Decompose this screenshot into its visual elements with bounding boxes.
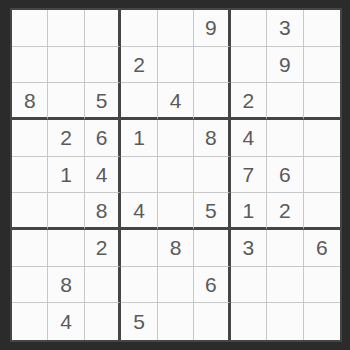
app-background: 932985422618414768451228368645 bbox=[0, 0, 350, 350]
cell-r6c3[interactable]: 8 bbox=[85, 193, 121, 230]
cell-r4c4[interactable]: 1 bbox=[121, 120, 157, 157]
cell-r4c7[interactable]: 4 bbox=[231, 120, 267, 157]
cell-r8c7[interactable] bbox=[231, 267, 267, 304]
cell-r8c9[interactable] bbox=[304, 267, 340, 304]
cell-r9c4[interactable]: 5 bbox=[121, 303, 157, 340]
cell-r6c9[interactable] bbox=[304, 193, 340, 230]
cell-r8c8[interactable] bbox=[267, 267, 303, 304]
cell-r6c2[interactable] bbox=[48, 193, 84, 230]
cell-r3c1[interactable]: 8 bbox=[12, 83, 48, 120]
cell-r1c2[interactable] bbox=[48, 10, 84, 47]
cell-r1c5[interactable] bbox=[158, 10, 194, 47]
cell-r9c7[interactable] bbox=[231, 303, 267, 340]
cell-r9c3[interactable] bbox=[85, 303, 121, 340]
cell-r2c8[interactable]: 9 bbox=[267, 47, 303, 84]
cell-r3c9[interactable] bbox=[304, 83, 340, 120]
cell-r4c9[interactable] bbox=[304, 120, 340, 157]
cell-r3c7[interactable]: 2 bbox=[231, 83, 267, 120]
cell-r7c6[interactable] bbox=[194, 230, 230, 267]
cell-r1c3[interactable] bbox=[85, 10, 121, 47]
cell-r3c6[interactable] bbox=[194, 83, 230, 120]
cell-r3c5[interactable]: 4 bbox=[158, 83, 194, 120]
cell-r5c3[interactable]: 4 bbox=[85, 157, 121, 194]
cell-r7c3[interactable]: 2 bbox=[85, 230, 121, 267]
cell-r3c2[interactable] bbox=[48, 83, 84, 120]
cell-r3c4[interactable] bbox=[121, 83, 157, 120]
cell-r5c9[interactable] bbox=[304, 157, 340, 194]
cell-r8c2[interactable]: 8 bbox=[48, 267, 84, 304]
cell-r2c6[interactable] bbox=[194, 47, 230, 84]
cell-r6c1[interactable] bbox=[12, 193, 48, 230]
cell-r7c5[interactable]: 8 bbox=[158, 230, 194, 267]
cell-r1c4[interactable] bbox=[121, 10, 157, 47]
cell-r5c4[interactable] bbox=[121, 157, 157, 194]
cell-r9c2[interactable]: 4 bbox=[48, 303, 84, 340]
cell-r6c6[interactable]: 5 bbox=[194, 193, 230, 230]
cell-r5c8[interactable]: 6 bbox=[267, 157, 303, 194]
cell-r5c6[interactable] bbox=[194, 157, 230, 194]
cell-r3c8[interactable] bbox=[267, 83, 303, 120]
cell-r3c3[interactable]: 5 bbox=[85, 83, 121, 120]
cell-r9c1[interactable] bbox=[12, 303, 48, 340]
cell-r1c8[interactable]: 3 bbox=[267, 10, 303, 47]
cell-r8c4[interactable] bbox=[121, 267, 157, 304]
cell-r8c6[interactable]: 6 bbox=[194, 267, 230, 304]
cell-r5c5[interactable] bbox=[158, 157, 194, 194]
cell-r8c3[interactable] bbox=[85, 267, 121, 304]
cell-r6c4[interactable]: 4 bbox=[121, 193, 157, 230]
cell-r7c8[interactable] bbox=[267, 230, 303, 267]
cell-r4c2[interactable]: 2 bbox=[48, 120, 84, 157]
cell-r2c7[interactable] bbox=[231, 47, 267, 84]
cell-r2c9[interactable] bbox=[304, 47, 340, 84]
cell-r5c7[interactable]: 7 bbox=[231, 157, 267, 194]
cell-r7c4[interactable] bbox=[121, 230, 157, 267]
cell-r4c8[interactable] bbox=[267, 120, 303, 157]
cell-r1c7[interactable] bbox=[231, 10, 267, 47]
cell-r9c6[interactable] bbox=[194, 303, 230, 340]
cell-r7c2[interactable] bbox=[48, 230, 84, 267]
cell-r4c5[interactable] bbox=[158, 120, 194, 157]
cell-r2c4[interactable]: 2 bbox=[121, 47, 157, 84]
cell-r4c1[interactable] bbox=[12, 120, 48, 157]
cell-r1c6[interactable]: 9 bbox=[194, 10, 230, 47]
cell-r8c1[interactable] bbox=[12, 267, 48, 304]
cell-r9c9[interactable] bbox=[304, 303, 340, 340]
cell-r5c1[interactable] bbox=[12, 157, 48, 194]
cell-r9c8[interactable] bbox=[267, 303, 303, 340]
cell-r9c5[interactable] bbox=[158, 303, 194, 340]
cell-r2c2[interactable] bbox=[48, 47, 84, 84]
cell-r7c9[interactable]: 6 bbox=[304, 230, 340, 267]
cell-r4c3[interactable]: 6 bbox=[85, 120, 121, 157]
cell-r8c5[interactable] bbox=[158, 267, 194, 304]
cell-r7c1[interactable] bbox=[12, 230, 48, 267]
cell-r7c7[interactable]: 3 bbox=[231, 230, 267, 267]
cell-r2c3[interactable] bbox=[85, 47, 121, 84]
sudoku-board: 932985422618414768451228368645 bbox=[10, 8, 342, 342]
cell-r6c5[interactable] bbox=[158, 193, 194, 230]
cell-r2c5[interactable] bbox=[158, 47, 194, 84]
cell-r6c7[interactable]: 1 bbox=[231, 193, 267, 230]
cell-r4c6[interactable]: 8 bbox=[194, 120, 230, 157]
cell-r1c1[interactable] bbox=[12, 10, 48, 47]
cell-r1c9[interactable] bbox=[304, 10, 340, 47]
cell-r6c8[interactable]: 2 bbox=[267, 193, 303, 230]
cell-r2c1[interactable] bbox=[12, 47, 48, 84]
cell-r5c2[interactable]: 1 bbox=[48, 157, 84, 194]
